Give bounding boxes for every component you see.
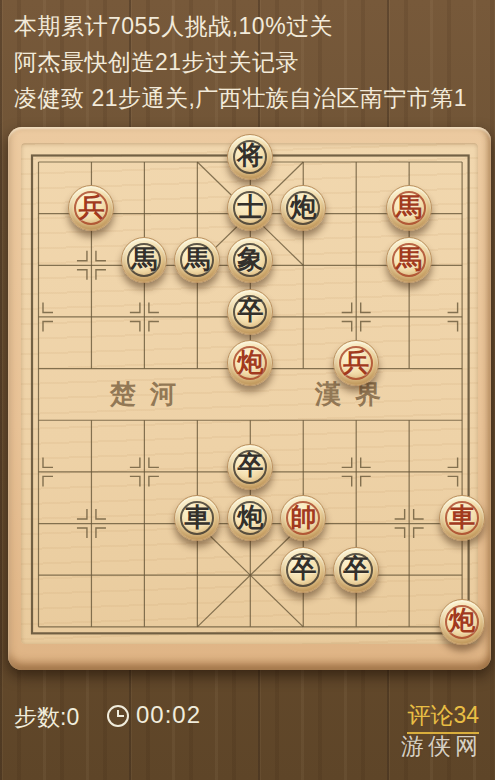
piece-black-soldier[interactable]: 卒 — [280, 547, 326, 593]
piece-red-general[interactable]: 帥 — [280, 495, 326, 541]
comments-label: 评论 — [407, 702, 453, 728]
piece-glyph: 兵 — [78, 190, 104, 225]
piece-red-soldier[interactable]: 兵 — [333, 340, 379, 386]
piece-glyph: 将 — [237, 138, 263, 173]
piece-black-general[interactable]: 将 — [227, 134, 273, 180]
piece-glyph: 卒 — [237, 293, 263, 328]
comments-link[interactable]: 评论34 — [407, 700, 479, 734]
piece-red-horse[interactable]: 馬 — [386, 237, 432, 283]
piece-glyph: 兵 — [343, 345, 369, 380]
xiangqi-board[interactable]: 楚河 漢界 将兵士炮馬馬馬象馬卒炮兵卒車炮帥車卒卒炮 — [8, 127, 491, 670]
piece-black-soldier[interactable]: 卒 — [227, 289, 273, 335]
piece-glyph: 炮 — [237, 500, 263, 535]
piece-black-cannon[interactable]: 炮 — [227, 495, 273, 541]
clock-icon — [107, 705, 129, 727]
piece-glyph: 卒 — [290, 551, 316, 586]
piece-glyph: 士 — [237, 190, 263, 225]
piece-red-chariot[interactable]: 車 — [439, 495, 485, 541]
site-watermark: 游侠网 — [401, 731, 482, 762]
challenge-stats-text: 本期累计7055人挑战,10%过关 — [14, 8, 491, 44]
piece-black-chariot[interactable]: 車 — [174, 495, 220, 541]
piece-red-horse[interactable]: 馬 — [386, 185, 432, 231]
piece-black-soldier[interactable]: 卒 — [333, 547, 379, 593]
comments-count: 34 — [453, 702, 479, 728]
piece-black-soldier[interactable]: 卒 — [227, 444, 273, 490]
piece-glyph: 炮 — [290, 190, 316, 225]
piece-black-horse[interactable]: 馬 — [121, 237, 167, 283]
piece-red-cannon[interactable]: 炮 — [227, 340, 273, 386]
piece-glyph: 馬 — [396, 242, 422, 277]
leader-text: 凌健致 21步通关,广西壮族自治区南宁市第1 — [14, 80, 491, 116]
moves-value: 0 — [66, 704, 79, 730]
piece-glyph: 炮 — [449, 603, 475, 638]
challenge-info: 本期累计7055人挑战,10%过关 阿杰最快创造21步过关记录 凌健致 21步通… — [14, 8, 491, 116]
piece-black-cannon[interactable]: 炮 — [280, 185, 326, 231]
piece-glyph: 炮 — [237, 345, 263, 380]
app-screen: 本期累计7055人挑战,10%过关 阿杰最快创造21步过关记录 凌健致 21步通… — [0, 0, 495, 780]
piece-black-elephant[interactable]: 象 — [227, 237, 273, 283]
piece-red-soldier[interactable]: 兵 — [68, 185, 114, 231]
piece-glyph: 象 — [237, 242, 263, 277]
pieces-layer: 将兵士炮馬馬馬象馬卒炮兵卒車炮帥車卒卒炮 — [12, 136, 488, 652]
piece-black-horse[interactable]: 馬 — [174, 237, 220, 283]
piece-glyph: 馬 — [396, 190, 422, 225]
timer-value: 00:02 — [136, 701, 201, 729]
move-counter: 步数:0 — [14, 702, 79, 733]
moves-label: 步数: — [14, 704, 66, 730]
piece-red-cannon[interactable]: 炮 — [439, 599, 485, 645]
piece-glyph: 馬 — [184, 242, 210, 277]
piece-glyph: 車 — [449, 500, 475, 535]
piece-glyph: 車 — [184, 500, 210, 535]
record-text: 阿杰最快创造21步过关记录 — [14, 44, 491, 80]
piece-black-advisor[interactable]: 士 — [227, 185, 273, 231]
piece-glyph: 卒 — [343, 551, 369, 586]
piece-glyph: 卒 — [237, 448, 263, 483]
piece-glyph: 馬 — [131, 242, 157, 277]
piece-glyph: 帥 — [290, 500, 316, 535]
